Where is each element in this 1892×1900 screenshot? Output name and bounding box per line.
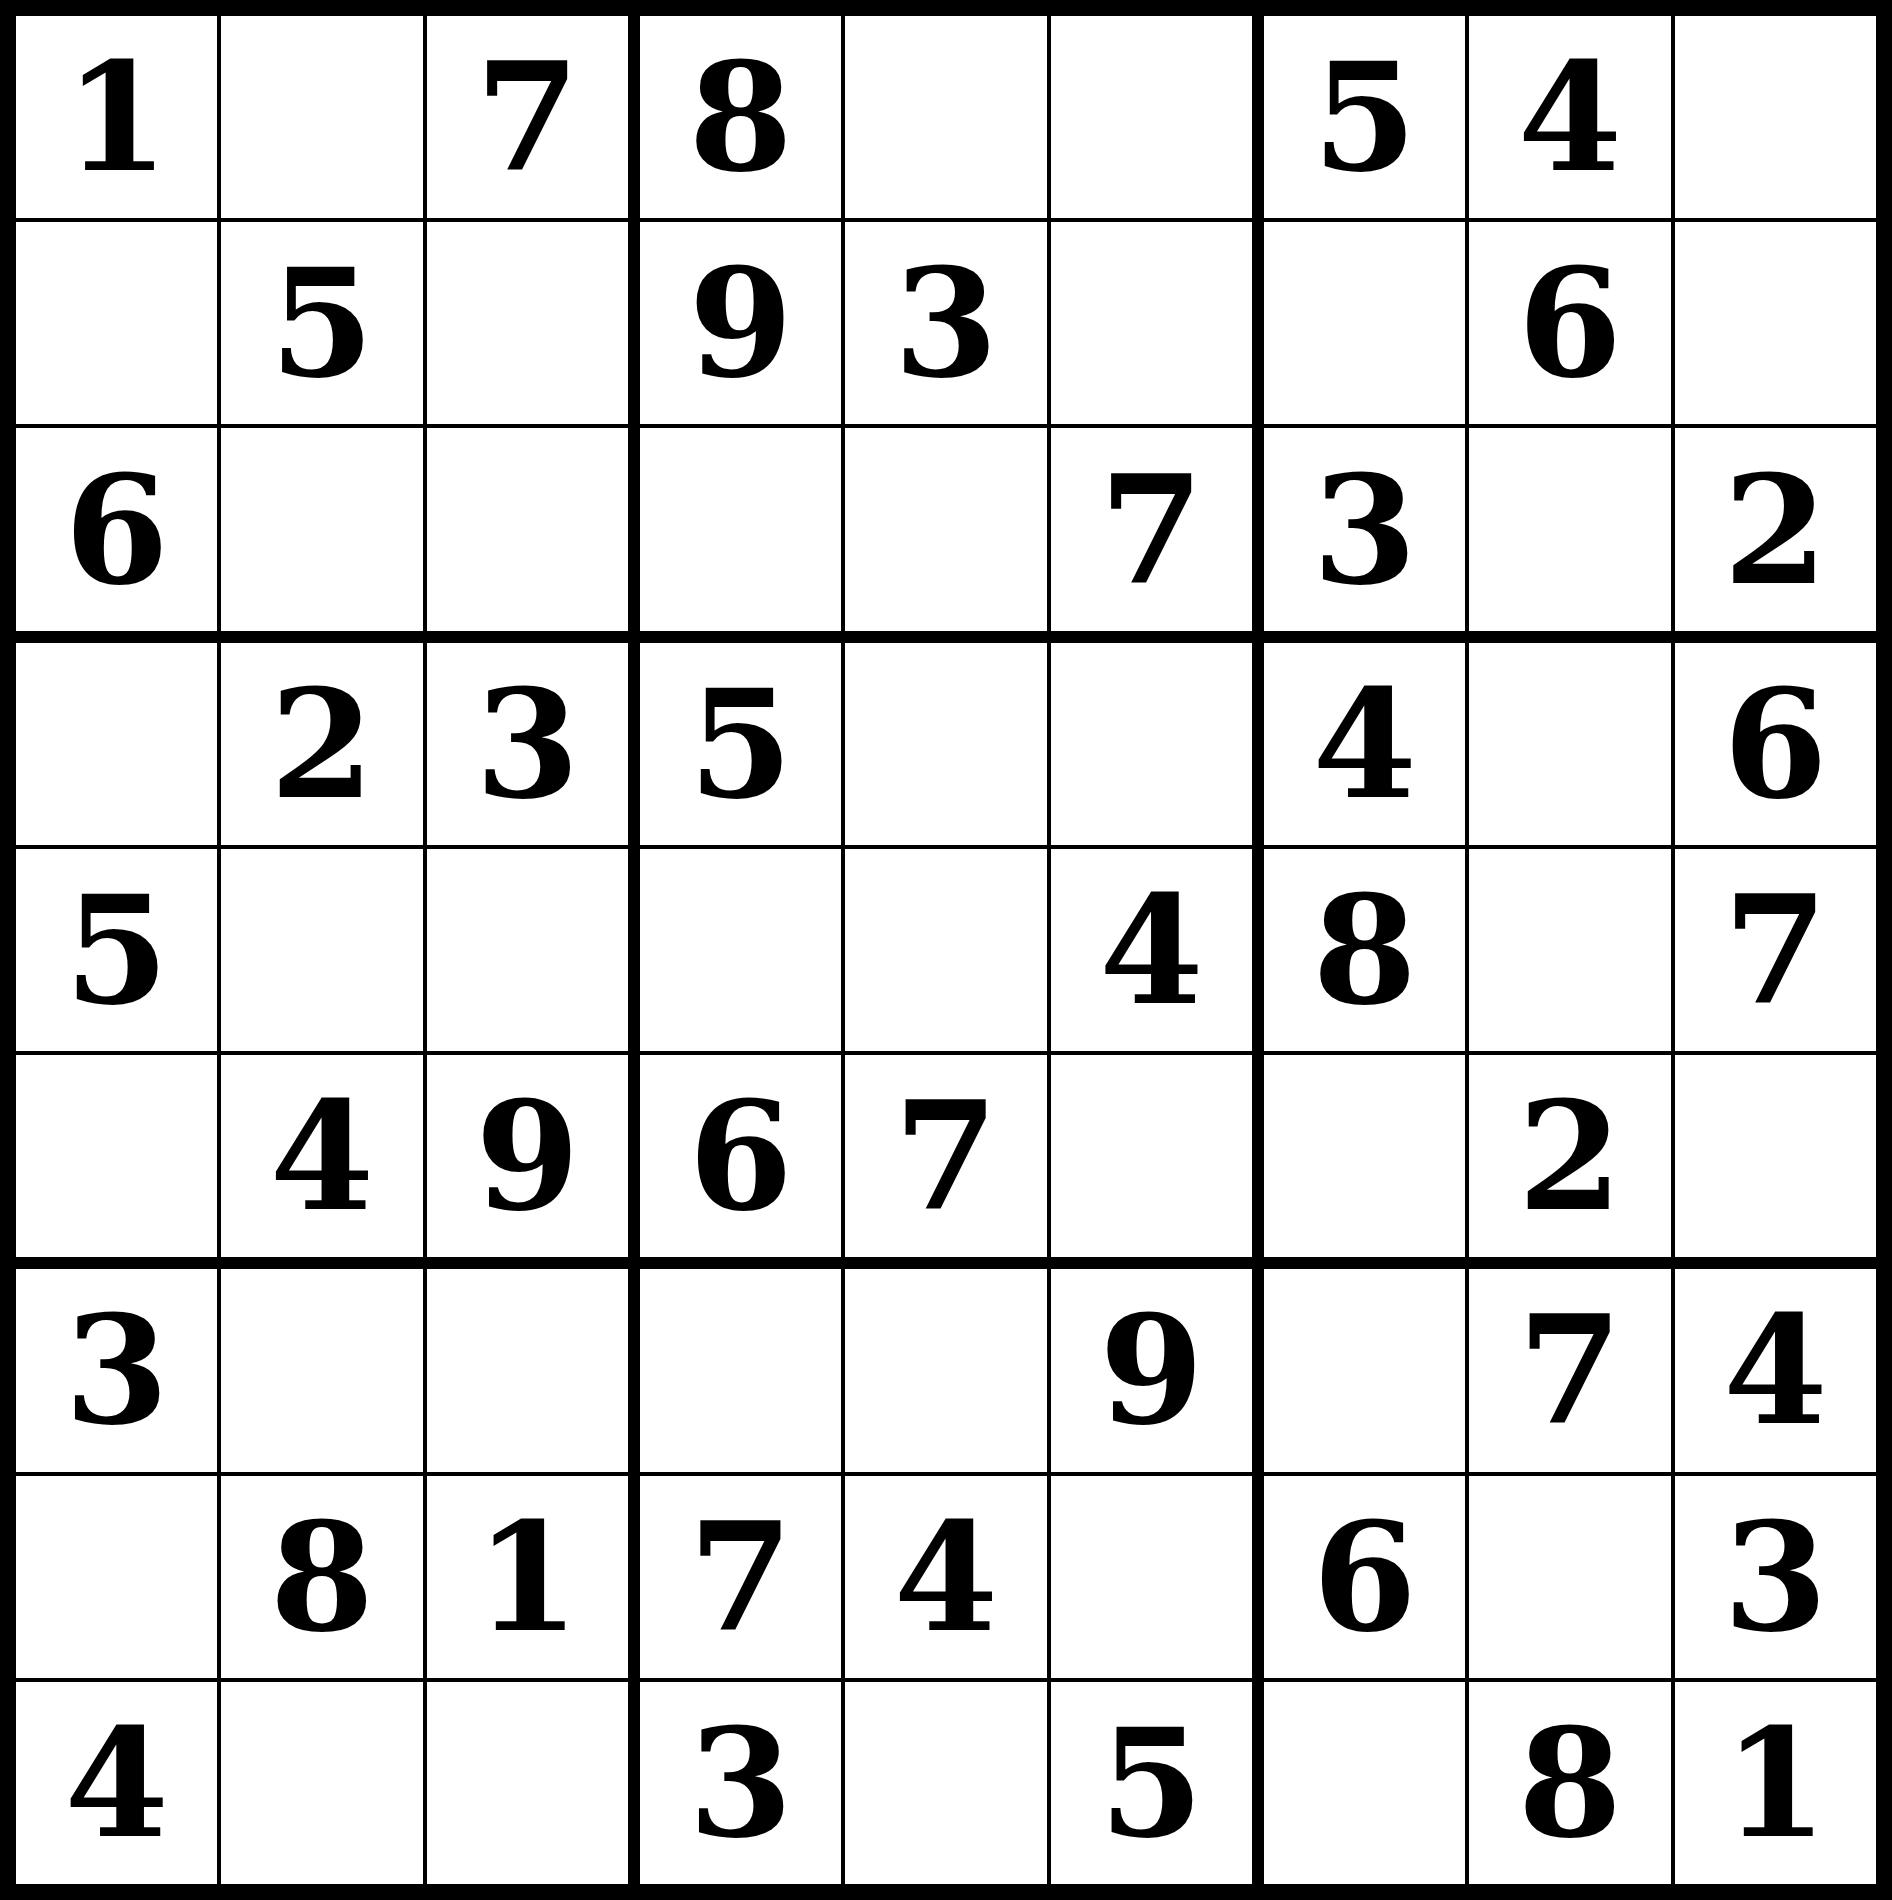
- cell-r4c4[interactable]: 5: [640, 643, 841, 845]
- sudoku-board: 1756893754632235495467468723814974357463…: [0, 0, 1892, 1900]
- cell-r6c3[interactable]: 9: [427, 1055, 628, 1257]
- cell-r3c9[interactable]: 2: [1675, 428, 1876, 630]
- cell-r7c9[interactable]: 4: [1675, 1269, 1876, 1471]
- sudoku-box-5: 5467: [640, 643, 1252, 1258]
- sudoku-box-1: 1756: [16, 16, 628, 631]
- cell-r7c1[interactable]: 3: [16, 1269, 217, 1471]
- cell-r9c8[interactable]: 8: [1469, 1682, 1670, 1884]
- cell-r1c6[interactable]: [1051, 16, 1252, 218]
- cell-r9c6[interactable]: 5: [1051, 1682, 1252, 1884]
- cell-r5c9[interactable]: 7: [1675, 849, 1876, 1051]
- cell-r6c1[interactable]: [16, 1055, 217, 1257]
- cell-r5c1[interactable]: 5: [16, 849, 217, 1051]
- cell-r4c5[interactable]: [845, 643, 1046, 845]
- cell-r6c7[interactable]: [1264, 1055, 1465, 1257]
- cell-r4c9[interactable]: 6: [1675, 643, 1876, 845]
- cell-r1c3[interactable]: 7: [427, 16, 628, 218]
- cell-r4c6[interactable]: [1051, 643, 1252, 845]
- cell-r2c7[interactable]: [1264, 222, 1465, 424]
- cell-r9c9[interactable]: 1: [1675, 1682, 1876, 1884]
- cell-r4c2[interactable]: 2: [221, 643, 422, 845]
- cell-r1c5[interactable]: [845, 16, 1046, 218]
- sudoku-box-8: 97435: [640, 1269, 1252, 1884]
- cell-r1c8[interactable]: 4: [1469, 16, 1670, 218]
- cell-r8c7[interactable]: 6: [1264, 1476, 1465, 1678]
- cell-r3c5[interactable]: [845, 428, 1046, 630]
- cell-r8c9[interactable]: 3: [1675, 1476, 1876, 1678]
- cell-r6c6[interactable]: [1051, 1055, 1252, 1257]
- sudoku-box-9: 746381: [1264, 1269, 1876, 1884]
- cell-r6c5[interactable]: 7: [845, 1055, 1046, 1257]
- cell-r8c6[interactable]: [1051, 1476, 1252, 1678]
- cell-r2c4[interactable]: 9: [640, 222, 841, 424]
- cell-r9c7[interactable]: [1264, 1682, 1465, 1884]
- cell-r3c6[interactable]: 7: [1051, 428, 1252, 630]
- cell-r7c5[interactable]: [845, 1269, 1046, 1471]
- cell-r3c8[interactable]: [1469, 428, 1670, 630]
- cell-r9c3[interactable]: [427, 1682, 628, 1884]
- cell-r1c2[interactable]: [221, 16, 422, 218]
- cell-r5c6[interactable]: 4: [1051, 849, 1252, 1051]
- cell-r2c3[interactable]: [427, 222, 628, 424]
- cell-r8c4[interactable]: 7: [640, 1476, 841, 1678]
- cell-r1c9[interactable]: [1675, 16, 1876, 218]
- cell-r4c7[interactable]: 4: [1264, 643, 1465, 845]
- cell-r1c4[interactable]: 8: [640, 16, 841, 218]
- cell-r2c1[interactable]: [16, 222, 217, 424]
- sudoku-box-7: 3814: [16, 1269, 628, 1884]
- cell-r9c1[interactable]: 4: [16, 1682, 217, 1884]
- cell-r7c7[interactable]: [1264, 1269, 1465, 1471]
- cell-r7c4[interactable]: [640, 1269, 841, 1471]
- cell-r3c1[interactable]: 6: [16, 428, 217, 630]
- cell-r8c8[interactable]: [1469, 1476, 1670, 1678]
- cell-r6c4[interactable]: 6: [640, 1055, 841, 1257]
- sudoku-box-3: 54632: [1264, 16, 1876, 631]
- cell-r7c3[interactable]: [427, 1269, 628, 1471]
- cell-r5c3[interactable]: [427, 849, 628, 1051]
- cell-r1c1[interactable]: 1: [16, 16, 217, 218]
- cell-r4c8[interactable]: [1469, 643, 1670, 845]
- cell-r5c2[interactable]: [221, 849, 422, 1051]
- cell-r2c8[interactable]: 6: [1469, 222, 1670, 424]
- cell-r5c5[interactable]: [845, 849, 1046, 1051]
- cell-r5c4[interactable]: [640, 849, 841, 1051]
- cell-r1c7[interactable]: 5: [1264, 16, 1465, 218]
- sudoku-box-2: 8937: [640, 16, 1252, 631]
- cell-r5c7[interactable]: 8: [1264, 849, 1465, 1051]
- cell-r3c4[interactable]: [640, 428, 841, 630]
- cell-r3c3[interactable]: [427, 428, 628, 630]
- cell-r3c7[interactable]: 3: [1264, 428, 1465, 630]
- cell-r2c6[interactable]: [1051, 222, 1252, 424]
- cell-r6c8[interactable]: 2: [1469, 1055, 1670, 1257]
- cell-r8c1[interactable]: [16, 1476, 217, 1678]
- cell-r8c2[interactable]: 8: [221, 1476, 422, 1678]
- cell-r2c5[interactable]: 3: [845, 222, 1046, 424]
- cell-r9c5[interactable]: [845, 1682, 1046, 1884]
- cell-r6c2[interactable]: 4: [221, 1055, 422, 1257]
- cell-r2c9[interactable]: [1675, 222, 1876, 424]
- cell-r6c9[interactable]: [1675, 1055, 1876, 1257]
- sudoku-box-4: 23549: [16, 643, 628, 1258]
- cell-r2c2[interactable]: 5: [221, 222, 422, 424]
- cell-r8c5[interactable]: 4: [845, 1476, 1046, 1678]
- cell-r9c4[interactable]: 3: [640, 1682, 841, 1884]
- cell-r4c1[interactable]: [16, 643, 217, 845]
- cell-r7c2[interactable]: [221, 1269, 422, 1471]
- cell-r3c2[interactable]: [221, 428, 422, 630]
- cell-r7c6[interactable]: 9: [1051, 1269, 1252, 1471]
- cell-r8c3[interactable]: 1: [427, 1476, 628, 1678]
- cell-r4c3[interactable]: 3: [427, 643, 628, 845]
- cell-r5c8[interactable]: [1469, 849, 1670, 1051]
- sudoku-box-6: 46872: [1264, 643, 1876, 1258]
- cell-r9c2[interactable]: [221, 1682, 422, 1884]
- cell-r7c8[interactable]: 7: [1469, 1269, 1670, 1471]
